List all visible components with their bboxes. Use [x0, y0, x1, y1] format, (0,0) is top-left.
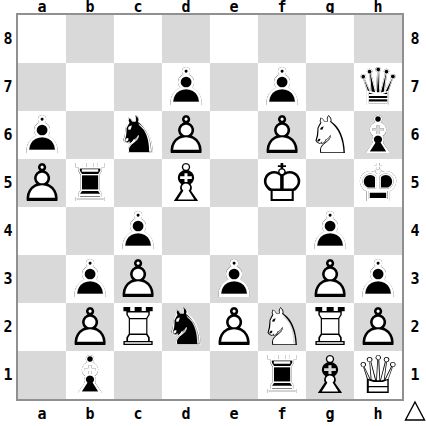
square-f3[interactable] [258, 255, 306, 303]
square-d5[interactable]: ♝♗ [162, 159, 210, 207]
rank-label-right-6: 6 [404, 111, 426, 159]
square-a5[interactable]: ♟♙ [18, 159, 66, 207]
white-queen-outline: ♕ [354, 351, 402, 399]
piece-white-rook[interactable]: ♜♖ [114, 303, 162, 351]
black-pawn-outline: ♙ [18, 111, 66, 159]
piece-white-king[interactable]: ♚♔ [258, 159, 306, 207]
square-f7[interactable]: ♟♙ [258, 63, 306, 111]
piece-black-pawn[interactable]: ♟♙ [114, 207, 162, 255]
square-b3[interactable]: ♟♙ [66, 255, 114, 303]
piece-white-knight[interactable]: ♞♘ [258, 303, 306, 351]
square-b7[interactable] [66, 63, 114, 111]
file-label-top-g: g [306, 0, 354, 14]
file-label-bottom-h: h [354, 402, 402, 426]
rank-label-right-2: 2 [404, 303, 426, 351]
piece-white-bishop[interactable]: ♝♗ [306, 351, 354, 399]
square-d6[interactable]: ♟♙ [162, 111, 210, 159]
square-c1[interactable] [114, 351, 162, 399]
square-e8[interactable] [210, 15, 258, 63]
piece-black-pawn[interactable]: ♟♙ [162, 63, 210, 111]
piece-white-rook[interactable]: ♜♖ [306, 303, 354, 351]
square-b1[interactable]: ♝♗ [66, 351, 114, 399]
square-g3[interactable]: ♟♙ [306, 255, 354, 303]
square-b8[interactable] [66, 15, 114, 63]
file-label-top-f: f [258, 0, 306, 14]
board: ♟♙♟♙♛♕♟♙♞♘♟♙♟♙♞♘♝♗♟♙♜♖♝♗♚♔♚♔♟♙♟♙♟♙♟♙♟♙♟♙… [16, 13, 404, 401]
square-c5[interactable] [114, 159, 162, 207]
file-label-bottom-f: f [258, 402, 306, 426]
piece-white-pawn[interactable]: ♟♙ [354, 303, 402, 351]
square-f8[interactable] [258, 15, 306, 63]
rank-labels-left: 8 7 6 5 4 3 2 1 [0, 15, 16, 399]
piece-black-rook[interactable]: ♜♖ [66, 159, 114, 207]
square-c4[interactable]: ♟♙ [114, 207, 162, 255]
piece-black-pawn[interactable]: ♟♙ [18, 111, 66, 159]
square-a3[interactable] [18, 255, 66, 303]
black-king-outline: ♔ [354, 159, 402, 207]
white-pawn-outline: ♙ [210, 303, 258, 351]
square-b6[interactable] [66, 111, 114, 159]
file-label-bottom-b: b [66, 402, 114, 426]
square-f4[interactable] [258, 207, 306, 255]
piece-black-queen[interactable]: ♛♕ [354, 63, 402, 111]
white-pawn-outline: ♙ [354, 303, 402, 351]
square-a4[interactable] [18, 207, 66, 255]
black-rook-outline: ♖ [66, 159, 114, 207]
square-h1[interactable]: ♛♕ [354, 351, 402, 399]
piece-white-pawn[interactable]: ♟♙ [18, 159, 66, 207]
square-a6[interactable]: ♟♙ [18, 111, 66, 159]
file-labels-bottom: a b c d e f g h [18, 402, 402, 426]
piece-white-pawn[interactable]: ♟♙ [210, 303, 258, 351]
square-g4[interactable]: ♟♙ [306, 207, 354, 255]
file-label-bottom-g: g [306, 402, 354, 426]
white-pawn-outline: ♙ [114, 255, 162, 303]
white-pawn-outline: ♙ [258, 111, 306, 159]
square-f2[interactable]: ♞♘ [258, 303, 306, 351]
rank-label-left-3: 3 [0, 255, 16, 303]
white-to-move-indicator [404, 399, 426, 423]
file-label-top-d: d [162, 0, 210, 14]
square-g7[interactable] [306, 63, 354, 111]
square-h7[interactable]: ♛♕ [354, 63, 402, 111]
white-pawn-outline: ♙ [306, 255, 354, 303]
square-a7[interactable] [18, 63, 66, 111]
piece-black-pawn[interactable]: ♟♙ [66, 255, 114, 303]
piece-white-bishop[interactable]: ♝♗ [162, 159, 210, 207]
square-b5[interactable]: ♜♖ [66, 159, 114, 207]
square-h3[interactable]: ♟♙ [354, 255, 402, 303]
black-rook-outline: ♖ [258, 351, 306, 399]
square-d7[interactable]: ♟♙ [162, 63, 210, 111]
rank-label-left-1: 1 [0, 351, 16, 399]
piece-black-bishop[interactable]: ♝♗ [66, 351, 114, 399]
square-g2[interactable]: ♜♖ [306, 303, 354, 351]
white-pawn-outline: ♙ [162, 111, 210, 159]
rank-label-left-2: 2 [0, 303, 16, 351]
square-g5[interactable] [306, 159, 354, 207]
square-d1[interactable] [162, 351, 210, 399]
file-label-top-c: c [114, 0, 162, 14]
file-label-top-h: h [354, 0, 402, 14]
rank-label-right-7: 7 [404, 63, 426, 111]
square-e1[interactable] [210, 351, 258, 399]
rank-label-right-4: 4 [404, 207, 426, 255]
square-c2[interactable]: ♜♖ [114, 303, 162, 351]
piece-black-knight[interactable]: ♞♘ [162, 303, 210, 351]
square-g6[interactable]: ♞♘ [306, 111, 354, 159]
square-h2[interactable]: ♟♙ [354, 303, 402, 351]
file-label-bottom-e: e [210, 402, 258, 426]
black-pawn-outline: ♙ [114, 207, 162, 255]
rank-label-right-8: 8 [404, 15, 426, 63]
piece-white-pawn[interactable]: ♟♙ [114, 255, 162, 303]
white-knight-outline: ♘ [258, 303, 306, 351]
square-a1[interactable] [18, 351, 66, 399]
piece-black-king[interactable]: ♚♔ [354, 159, 402, 207]
file-label-bottom-c: c [114, 402, 162, 426]
black-knight-outline: ♘ [114, 111, 162, 159]
square-h8[interactable] [354, 15, 402, 63]
white-pawn-outline: ♙ [18, 159, 66, 207]
piece-white-pawn[interactable]: ♟♙ [162, 111, 210, 159]
square-f1[interactable]: ♜♖ [258, 351, 306, 399]
square-d4[interactable] [162, 207, 210, 255]
square-e5[interactable] [210, 159, 258, 207]
rank-label-left-4: 4 [0, 207, 16, 255]
white-rook-outline: ♖ [114, 303, 162, 351]
white-knight-outline: ♘ [306, 111, 354, 159]
piece-white-pawn[interactable]: ♟♙ [306, 255, 354, 303]
white-rook-outline: ♖ [306, 303, 354, 351]
file-label-bottom-d: d [162, 402, 210, 426]
piece-black-pawn[interactable]: ♟♙ [306, 207, 354, 255]
black-pawn-outline: ♙ [354, 255, 402, 303]
file-labels-top: a b c d e f g h [18, 0, 402, 14]
rank-label-right-5: 5 [404, 159, 426, 207]
square-g8[interactable] [306, 15, 354, 63]
file-label-bottom-a: a [18, 402, 66, 426]
black-pawn-outline: ♙ [66, 255, 114, 303]
file-label-top-a: a [18, 0, 66, 14]
black-pawn-outline: ♙ [306, 207, 354, 255]
square-d8[interactable] [162, 15, 210, 63]
rank-label-left-8: 8 [0, 15, 16, 63]
piece-black-rook[interactable]: ♜♖ [258, 351, 306, 399]
rank-labels-right: 8 7 6 5 4 3 2 1 [404, 15, 426, 399]
piece-white-knight[interactable]: ♞♘ [306, 111, 354, 159]
square-c7[interactable] [114, 63, 162, 111]
square-e6[interactable] [210, 111, 258, 159]
rank-label-left-6: 6 [0, 111, 16, 159]
square-d3[interactable] [162, 255, 210, 303]
black-knight-outline: ♘ [162, 303, 210, 351]
rank-label-right-3: 3 [404, 255, 426, 303]
piece-black-pawn[interactable]: ♟♙ [258, 63, 306, 111]
rank-label-right-1: 1 [404, 351, 426, 399]
black-pawn-outline: ♙ [258, 63, 306, 111]
piece-white-pawn[interactable]: ♟♙ [66, 303, 114, 351]
square-e4[interactable] [210, 207, 258, 255]
square-e7[interactable] [210, 63, 258, 111]
square-e3[interactable]: ♟♙ [210, 255, 258, 303]
rank-label-left-7: 7 [0, 63, 16, 111]
piece-black-pawn[interactable]: ♟♙ [210, 255, 258, 303]
square-c6[interactable]: ♞♘ [114, 111, 162, 159]
black-pawn-outline: ♙ [162, 63, 210, 111]
square-b4[interactable] [66, 207, 114, 255]
white-bishop-outline: ♗ [162, 159, 210, 207]
square-c8[interactable] [114, 15, 162, 63]
white-king-outline: ♔ [258, 159, 306, 207]
piece-black-knight[interactable]: ♞♘ [114, 111, 162, 159]
piece-white-queen[interactable]: ♛♕ [354, 351, 402, 399]
file-label-top-b: b [66, 0, 114, 14]
square-h5[interactable]: ♚♔ [354, 159, 402, 207]
piece-white-pawn[interactable]: ♟♙ [258, 111, 306, 159]
square-a8[interactable] [18, 15, 66, 63]
white-pawn-outline: ♙ [66, 303, 114, 351]
rank-label-left-5: 5 [0, 159, 16, 207]
piece-black-pawn[interactable]: ♟♙ [354, 255, 402, 303]
square-f6[interactable]: ♟♙ [258, 111, 306, 159]
square-b2[interactable]: ♟♙ [66, 303, 114, 351]
file-label-top-e: e [210, 0, 258, 14]
square-f5[interactable]: ♚♔ [258, 159, 306, 207]
chess-diagram: a b c d e f g h 8 7 6 5 4 3 2 1 ♟♙♟♙♛♕♟♙… [0, 0, 426, 426]
black-pawn-outline: ♙ [210, 255, 258, 303]
black-queen-outline: ♕ [354, 63, 402, 111]
square-g1[interactable]: ♝♗ [306, 351, 354, 399]
square-a2[interactable] [18, 303, 66, 351]
square-d2[interactable]: ♞♘ [162, 303, 210, 351]
black-bishop-outline: ♗ [66, 351, 114, 399]
white-bishop-outline: ♗ [306, 351, 354, 399]
square-c3[interactable]: ♟♙ [114, 255, 162, 303]
square-e2[interactable]: ♟♙ [210, 303, 258, 351]
square-h4[interactable] [354, 207, 402, 255]
piece-black-bishop[interactable]: ♝♗ [354, 111, 402, 159]
square-h6[interactable]: ♝♗ [354, 111, 402, 159]
black-bishop-outline: ♗ [354, 111, 402, 159]
